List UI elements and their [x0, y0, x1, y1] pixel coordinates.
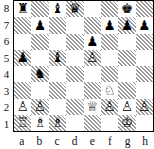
square-c6[interactable]: [49, 34, 66, 50]
white-pawn-piece: ♙: [86, 51, 98, 65]
rank-label-1: 1: [0, 116, 13, 133]
square-c2[interactable]: [49, 99, 66, 115]
square-a2[interactable]: ♙: [14, 99, 31, 115]
white-king-piece: ♔: [121, 116, 133, 130]
square-e6[interactable]: ♟: [84, 34, 101, 50]
square-e7[interactable]: [84, 17, 101, 33]
square-g4[interactable]: [118, 66, 135, 82]
square-c3[interactable]: [49, 82, 66, 98]
square-c1[interactable]: ♗: [49, 115, 66, 131]
file-labels: abcdefgh: [13, 132, 154, 149]
chess-diagram: 87654321 ♜♝♛♚♟♟♟♟♟♟♝♙♞♘♙♙♕♙♙♙♖♗♗♔ abcdef…: [0, 0, 154, 149]
square-f3[interactable]: ♘: [101, 82, 118, 98]
square-f8[interactable]: [101, 1, 118, 17]
file-label-a: a: [13, 132, 31, 149]
white-pawn-piece: ♙: [17, 99, 29, 113]
black-rook-piece: ♜: [17, 2, 29, 16]
square-d1[interactable]: [66, 115, 83, 131]
rank-label-6: 6: [0, 33, 13, 50]
black-pawn-piece: ♟: [17, 51, 29, 65]
black-pawn-piece: ♟: [121, 18, 133, 32]
square-h7[interactable]: ♟: [136, 17, 153, 33]
square-d7[interactable]: [66, 17, 83, 33]
square-h1[interactable]: [136, 115, 153, 131]
white-pawn-piece: ♙: [138, 99, 150, 113]
rank-label-5: 5: [0, 50, 13, 67]
square-f5[interactable]: [101, 50, 118, 66]
file-label-b: b: [31, 132, 49, 149]
rank-label-8: 8: [0, 0, 13, 17]
square-a7[interactable]: [14, 17, 31, 33]
square-d8[interactable]: ♛: [66, 1, 83, 17]
square-d5[interactable]: [66, 50, 83, 66]
file-label-g: g: [119, 132, 137, 149]
square-f2[interactable]: ♙: [101, 99, 118, 115]
square-g3[interactable]: [118, 82, 135, 98]
square-d6[interactable]: [66, 34, 83, 50]
square-c7[interactable]: [49, 17, 66, 33]
square-g5[interactable]: [118, 50, 135, 66]
black-pawn-piece: ♟: [34, 18, 46, 32]
square-b6[interactable]: [31, 34, 48, 50]
white-queen-piece: ♕: [86, 99, 98, 113]
square-h8[interactable]: [136, 1, 153, 17]
rank-label-2: 2: [0, 99, 13, 116]
square-a8[interactable]: ♜: [14, 1, 31, 17]
black-pawn-piece: ♟: [138, 18, 150, 32]
file-label-e: e: [84, 132, 102, 149]
square-c8[interactable]: ♝: [49, 1, 66, 17]
black-pawn-piece: ♟: [86, 34, 98, 48]
square-d3[interactable]: [66, 82, 83, 98]
square-d2[interactable]: [66, 99, 83, 115]
square-e8[interactable]: [84, 1, 101, 17]
white-knight-piece: ♘: [104, 83, 116, 97]
square-e5[interactable]: ♙: [84, 50, 101, 66]
square-e2[interactable]: ♕: [84, 99, 101, 115]
black-knight-piece: ♞: [34, 67, 46, 81]
black-bishop-piece: ♝: [51, 2, 63, 16]
black-pawn-piece: ♟: [104, 18, 116, 32]
square-h2[interactable]: ♙: [136, 99, 153, 115]
square-d4[interactable]: [66, 66, 83, 82]
square-g8[interactable]: ♚: [118, 1, 135, 17]
square-e1[interactable]: [84, 115, 101, 131]
rank-label-4: 4: [0, 66, 13, 83]
square-e3[interactable]: [84, 82, 101, 98]
square-c5[interactable]: ♝: [49, 50, 66, 66]
square-g2[interactable]: ♙: [118, 99, 135, 115]
square-a4[interactable]: [14, 66, 31, 82]
white-bishop-piece: ♗: [34, 116, 46, 130]
white-pawn-piece: ♙: [34, 99, 46, 113]
rank-label-7: 7: [0, 17, 13, 34]
white-pawn-piece: ♙: [104, 99, 116, 113]
square-g1[interactable]: ♔: [118, 115, 135, 131]
square-b8[interactable]: [31, 1, 48, 17]
square-b2[interactable]: ♙: [31, 99, 48, 115]
square-g6[interactable]: [118, 34, 135, 50]
square-h5[interactable]: [136, 50, 153, 66]
rank-label-3: 3: [0, 83, 13, 100]
rank-labels: 87654321: [0, 0, 13, 132]
chess-board: ♜♝♛♚♟♟♟♟♟♟♝♙♞♘♙♙♕♙♙♙♖♗♗♔: [13, 0, 154, 132]
square-b1[interactable]: ♗: [31, 115, 48, 131]
square-g7[interactable]: ♟: [118, 17, 135, 33]
black-king-piece: ♚: [121, 2, 133, 16]
square-b7[interactable]: ♟: [31, 17, 48, 33]
black-queen-piece: ♛: [69, 2, 81, 16]
square-a3[interactable]: [14, 82, 31, 98]
square-f6[interactable]: [101, 34, 118, 50]
square-a6[interactable]: [14, 34, 31, 50]
square-f1[interactable]: [101, 115, 118, 131]
white-rook-piece: ♖: [17, 116, 29, 130]
square-e4[interactable]: [84, 66, 101, 82]
square-b5[interactable]: [31, 50, 48, 66]
white-pawn-piece: ♙: [121, 99, 133, 113]
square-c4[interactable]: [49, 66, 66, 82]
file-label-d: d: [66, 132, 84, 149]
square-h3[interactable]: [136, 82, 153, 98]
square-a5[interactable]: ♟: [14, 50, 31, 66]
square-a1[interactable]: ♖: [14, 115, 31, 131]
white-bishop-piece: ♗: [51, 116, 63, 130]
square-f7[interactable]: ♟: [101, 17, 118, 33]
file-label-h: h: [136, 132, 154, 149]
black-bishop-piece: ♝: [51, 51, 63, 65]
file-label-c: c: [48, 132, 66, 149]
square-f4[interactable]: [101, 66, 118, 82]
square-b4[interactable]: ♞: [31, 66, 48, 82]
file-label-f: f: [101, 132, 119, 149]
square-b3[interactable]: [31, 82, 48, 98]
square-h6[interactable]: [136, 34, 153, 50]
square-h4[interactable]: [136, 66, 153, 82]
